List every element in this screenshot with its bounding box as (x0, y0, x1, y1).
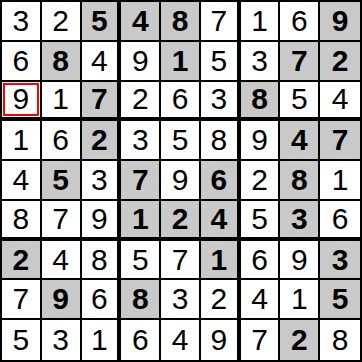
cell-r7c8[interactable]: 9 (280, 241, 320, 281)
cell-r7c3[interactable]: 8 (82, 241, 122, 281)
cell-r2c1[interactable]: 6 (2, 42, 42, 82)
cell-r6c3[interactable]: 9 (82, 201, 122, 241)
cell-r5c3[interactable]: 3 (82, 161, 122, 201)
cell-r9c1[interactable]: 5 (2, 320, 42, 360)
cell-r8c3[interactable]: 6 (82, 280, 122, 320)
cell-r1c1[interactable]: 3 (2, 2, 42, 42)
cell-r1c6[interactable]: 7 (201, 2, 241, 42)
cell-r2c4[interactable]: 9 (121, 42, 161, 82)
cell-r5c2[interactable]: 5 (42, 161, 82, 201)
cell-r4c6[interactable]: 8 (201, 121, 241, 161)
cell-r5c6[interactable]: 6 (201, 161, 241, 201)
cell-r1c9[interactable]: 9 (320, 2, 360, 42)
cell-r6c2[interactable]: 7 (42, 201, 82, 241)
cell-r4c1[interactable]: 1 (2, 121, 42, 161)
cell-r3c5[interactable]: 6 (161, 82, 201, 122)
cell-r3c7[interactable]: 8 (241, 82, 281, 122)
cell-r2c9[interactable]: 2 (320, 42, 360, 82)
cell-r1c8[interactable]: 6 (280, 2, 320, 42)
cell-r1c4[interactable]: 4 (121, 2, 161, 42)
cell-r4c3[interactable]: 2 (82, 121, 122, 161)
cell-r2c5[interactable]: 1 (161, 42, 201, 82)
cell-r3c1[interactable]: 9 (2, 82, 42, 122)
cell-r4c2[interactable]: 6 (42, 121, 82, 161)
cell-r5c8[interactable]: 8 (280, 161, 320, 201)
cell-r7c2[interactable]: 4 (42, 241, 82, 281)
cell-r6c4[interactable]: 1 (121, 201, 161, 241)
cell-r2c3[interactable]: 4 (82, 42, 122, 82)
cell-r5c5[interactable]: 9 (161, 161, 201, 201)
cell-r7c7[interactable]: 6 (241, 241, 281, 281)
cell-r6c1[interactable]: 8 (2, 201, 42, 241)
cell-r1c5[interactable]: 8 (161, 2, 201, 42)
cell-r8c5[interactable]: 3 (161, 280, 201, 320)
cell-r9c7[interactable]: 7 (241, 320, 281, 360)
cell-r7c9[interactable]: 3 (320, 241, 360, 281)
cell-r1c7[interactable]: 1 (241, 2, 281, 42)
cell-r5c4[interactable]: 7 (121, 161, 161, 201)
cell-r3c4[interactable]: 2 (121, 82, 161, 122)
sudoku-board: 3254871696849153729172638541623589474537… (0, 0, 362, 362)
cell-r9c3[interactable]: 1 (82, 320, 122, 360)
cell-r8c2[interactable]: 9 (42, 280, 82, 320)
cell-r8c9[interactable]: 5 (320, 280, 360, 320)
cell-r6c8[interactable]: 3 (280, 201, 320, 241)
cell-r9c6[interactable]: 9 (201, 320, 241, 360)
cell-r2c7[interactable]: 3 (241, 42, 281, 82)
cell-r9c2[interactable]: 3 (42, 320, 82, 360)
cell-r3c2[interactable]: 1 (42, 82, 82, 122)
cell-r4c4[interactable]: 3 (121, 121, 161, 161)
cell-r3c9[interactable]: 4 (320, 82, 360, 122)
cell-r9c9[interactable]: 8 (320, 320, 360, 360)
cell-r2c8[interactable]: 7 (280, 42, 320, 82)
cell-r4c7[interactable]: 9 (241, 121, 281, 161)
cell-r2c2[interactable]: 8 (42, 42, 82, 82)
cell-r1c3[interactable]: 5 (82, 2, 122, 42)
cell-r1c2[interactable]: 2 (42, 2, 82, 42)
cell-r5c7[interactable]: 2 (241, 161, 281, 201)
cell-r7c1[interactable]: 2 (2, 241, 42, 281)
cell-r6c6[interactable]: 4 (201, 201, 241, 241)
cell-r9c5[interactable]: 4 (161, 320, 201, 360)
cell-r7c5[interactable]: 7 (161, 241, 201, 281)
cell-r3c6[interactable]: 3 (201, 82, 241, 122)
cell-r6c9[interactable]: 6 (320, 201, 360, 241)
cell-r8c7[interactable]: 4 (241, 280, 281, 320)
cell-r3c8[interactable]: 5 (280, 82, 320, 122)
cell-r8c6[interactable]: 2 (201, 280, 241, 320)
cell-r9c8[interactable]: 2 (280, 320, 320, 360)
cell-r5c9[interactable]: 1 (320, 161, 360, 201)
cell-r4c8[interactable]: 4 (280, 121, 320, 161)
cell-r5c1[interactable]: 4 (2, 161, 42, 201)
cell-r9c4[interactable]: 6 (121, 320, 161, 360)
cell-r2c6[interactable]: 5 (201, 42, 241, 82)
cell-r8c8[interactable]: 1 (280, 280, 320, 320)
cell-r7c6[interactable]: 1 (201, 241, 241, 281)
cell-r4c9[interactable]: 7 (320, 121, 360, 161)
cell-r8c4[interactable]: 8 (121, 280, 161, 320)
cell-r3c3[interactable]: 7 (82, 82, 122, 122)
cell-r6c7[interactable]: 5 (241, 201, 281, 241)
cell-r6c5[interactable]: 2 (161, 201, 201, 241)
cell-r7c4[interactable]: 5 (121, 241, 161, 281)
cell-r8c1[interactable]: 7 (2, 280, 42, 320)
cell-r4c5[interactable]: 5 (161, 121, 201, 161)
